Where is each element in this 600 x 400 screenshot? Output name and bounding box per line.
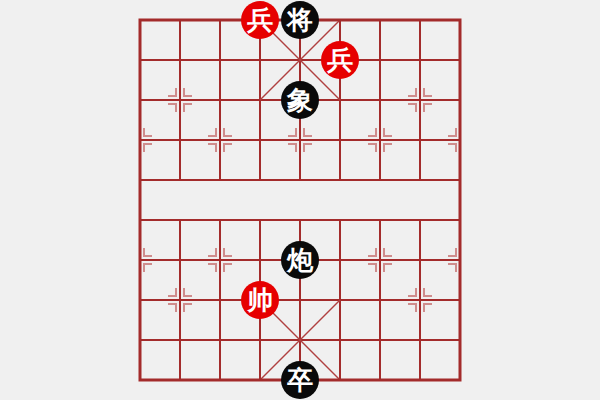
piece-layer: 兵将兵象炮帅卒 (120, 0, 480, 400)
board-point: 象 (280, 80, 320, 120)
xiangqi-board: 兵将兵象炮帅卒 (120, 0, 480, 400)
board-point: 帅 (240, 280, 280, 320)
xiangqi-app: 兵将兵象炮帅卒 (0, 0, 600, 400)
board-point: 兵 (240, 0, 280, 40)
piece-red-soldier[interactable]: 兵 (321, 41, 359, 79)
board-point: 兵 (320, 40, 360, 80)
piece-black-soldier[interactable]: 卒 (281, 361, 319, 399)
board-point: 将 (280, 0, 320, 40)
board-point: 炮 (280, 240, 320, 280)
piece-red-soldier[interactable]: 兵 (241, 1, 279, 39)
piece-black-general[interactable]: 将 (281, 1, 319, 39)
piece-red-general[interactable]: 帅 (241, 281, 279, 319)
board-point: 卒 (280, 360, 320, 400)
piece-black-cannon[interactable]: 炮 (281, 241, 319, 279)
piece-black-elephant[interactable]: 象 (281, 81, 319, 119)
